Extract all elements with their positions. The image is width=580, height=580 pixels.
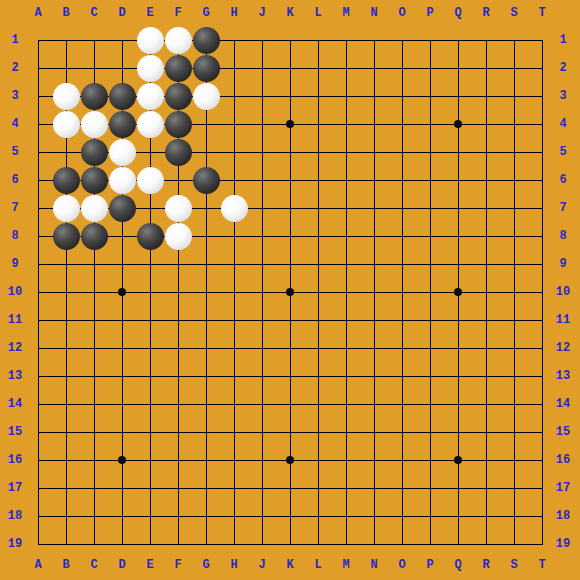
cell-L9[interactable] xyxy=(304,250,332,278)
cell-T8[interactable] xyxy=(528,222,556,250)
cell-T10[interactable] xyxy=(528,278,556,306)
cell-N19[interactable] xyxy=(360,530,388,558)
cell-M11[interactable] xyxy=(332,306,360,334)
cell-C6[interactable] xyxy=(80,166,108,194)
cell-E12[interactable] xyxy=(136,334,164,362)
cell-M14[interactable] xyxy=(332,390,360,418)
cell-P12[interactable] xyxy=(416,334,444,362)
cell-L11[interactable] xyxy=(304,306,332,334)
cell-N18[interactable] xyxy=(360,502,388,530)
cell-C18[interactable] xyxy=(80,502,108,530)
cell-L14[interactable] xyxy=(304,390,332,418)
cell-B15[interactable] xyxy=(52,418,80,446)
cell-B2[interactable] xyxy=(52,54,80,82)
cell-O1[interactable] xyxy=(388,26,416,54)
cell-H18[interactable] xyxy=(220,502,248,530)
cell-E17[interactable] xyxy=(136,474,164,502)
cell-E10[interactable] xyxy=(136,278,164,306)
cell-Q4[interactable] xyxy=(444,110,472,138)
cell-A5[interactable] xyxy=(24,138,52,166)
cell-G2[interactable] xyxy=(192,54,220,82)
cell-H15[interactable] xyxy=(220,418,248,446)
cell-N1[interactable] xyxy=(360,26,388,54)
cell-S16[interactable] xyxy=(500,446,528,474)
cell-J15[interactable] xyxy=(248,418,276,446)
cell-L19[interactable] xyxy=(304,530,332,558)
cell-L6[interactable] xyxy=(304,166,332,194)
cell-P1[interactable] xyxy=(416,26,444,54)
cell-E5[interactable] xyxy=(136,138,164,166)
cell-R5[interactable] xyxy=(472,138,500,166)
cell-B12[interactable] xyxy=(52,334,80,362)
cell-Q2[interactable] xyxy=(444,54,472,82)
cell-K8[interactable] xyxy=(276,222,304,250)
cell-A15[interactable] xyxy=(24,418,52,446)
cell-L2[interactable] xyxy=(304,54,332,82)
cell-E3[interactable] xyxy=(136,82,164,110)
cell-M12[interactable] xyxy=(332,334,360,362)
cell-N9[interactable] xyxy=(360,250,388,278)
cell-C19[interactable] xyxy=(80,530,108,558)
cell-S18[interactable] xyxy=(500,502,528,530)
cell-B1[interactable] xyxy=(52,26,80,54)
cell-P7[interactable] xyxy=(416,194,444,222)
cell-K15[interactable] xyxy=(276,418,304,446)
cell-J16[interactable] xyxy=(248,446,276,474)
cell-H5[interactable] xyxy=(220,138,248,166)
cell-B8[interactable] xyxy=(52,222,80,250)
cell-O6[interactable] xyxy=(388,166,416,194)
cell-P3[interactable] xyxy=(416,82,444,110)
cell-K2[interactable] xyxy=(276,54,304,82)
cell-S5[interactable] xyxy=(500,138,528,166)
cell-N5[interactable] xyxy=(360,138,388,166)
cell-G19[interactable] xyxy=(192,530,220,558)
cell-J2[interactable] xyxy=(248,54,276,82)
cell-A19[interactable] xyxy=(24,530,52,558)
cell-M3[interactable] xyxy=(332,82,360,110)
cell-D6[interactable] xyxy=(108,166,136,194)
cell-P16[interactable] xyxy=(416,446,444,474)
cell-R13[interactable] xyxy=(472,362,500,390)
cell-N10[interactable] xyxy=(360,278,388,306)
cell-N13[interactable] xyxy=(360,362,388,390)
cell-L8[interactable] xyxy=(304,222,332,250)
cell-J6[interactable] xyxy=(248,166,276,194)
cell-Q15[interactable] xyxy=(444,418,472,446)
cell-B16[interactable] xyxy=(52,446,80,474)
cell-C9[interactable] xyxy=(80,250,108,278)
cell-T15[interactable] xyxy=(528,418,556,446)
cell-H11[interactable] xyxy=(220,306,248,334)
cell-L10[interactable] xyxy=(304,278,332,306)
cell-C3[interactable] xyxy=(80,82,108,110)
cell-H4[interactable] xyxy=(220,110,248,138)
cell-F18[interactable] xyxy=(164,502,192,530)
cell-Q16[interactable] xyxy=(444,446,472,474)
cell-A4[interactable] xyxy=(24,110,52,138)
cell-T11[interactable] xyxy=(528,306,556,334)
cell-C5[interactable] xyxy=(80,138,108,166)
cell-L18[interactable] xyxy=(304,502,332,530)
cell-S9[interactable] xyxy=(500,250,528,278)
cell-S6[interactable] xyxy=(500,166,528,194)
cell-Q7[interactable] xyxy=(444,194,472,222)
cell-A11[interactable] xyxy=(24,306,52,334)
cell-M8[interactable] xyxy=(332,222,360,250)
cell-H9[interactable] xyxy=(220,250,248,278)
cell-R8[interactable] xyxy=(472,222,500,250)
cell-G7[interactable] xyxy=(192,194,220,222)
cell-N4[interactable] xyxy=(360,110,388,138)
cell-G6[interactable] xyxy=(192,166,220,194)
cell-R1[interactable] xyxy=(472,26,500,54)
cell-O2[interactable] xyxy=(388,54,416,82)
cell-P9[interactable] xyxy=(416,250,444,278)
cell-O17[interactable] xyxy=(388,474,416,502)
cell-O13[interactable] xyxy=(388,362,416,390)
cell-H12[interactable] xyxy=(220,334,248,362)
cell-R7[interactable] xyxy=(472,194,500,222)
cell-D9[interactable] xyxy=(108,250,136,278)
cell-F6[interactable] xyxy=(164,166,192,194)
cell-O15[interactable] xyxy=(388,418,416,446)
cell-T2[interactable] xyxy=(528,54,556,82)
cell-O14[interactable] xyxy=(388,390,416,418)
cell-D18[interactable] xyxy=(108,502,136,530)
cell-S2[interactable] xyxy=(500,54,528,82)
cell-G16[interactable] xyxy=(192,446,220,474)
cell-D13[interactable] xyxy=(108,362,136,390)
cell-D14[interactable] xyxy=(108,390,136,418)
cell-B13[interactable] xyxy=(52,362,80,390)
cell-H13[interactable] xyxy=(220,362,248,390)
cell-L16[interactable] xyxy=(304,446,332,474)
cell-H17[interactable] xyxy=(220,474,248,502)
cell-A6[interactable] xyxy=(24,166,52,194)
cell-J8[interactable] xyxy=(248,222,276,250)
cell-G5[interactable] xyxy=(192,138,220,166)
cell-K19[interactable] xyxy=(276,530,304,558)
cell-A14[interactable] xyxy=(24,390,52,418)
cell-R11[interactable] xyxy=(472,306,500,334)
cell-G9[interactable] xyxy=(192,250,220,278)
cell-J5[interactable] xyxy=(248,138,276,166)
cell-O7[interactable] xyxy=(388,194,416,222)
cell-K16[interactable] xyxy=(276,446,304,474)
cell-M13[interactable] xyxy=(332,362,360,390)
cell-M4[interactable] xyxy=(332,110,360,138)
cell-F1[interactable] xyxy=(164,26,192,54)
cell-F11[interactable] xyxy=(164,306,192,334)
cell-O16[interactable] xyxy=(388,446,416,474)
cell-B10[interactable] xyxy=(52,278,80,306)
cell-G10[interactable] xyxy=(192,278,220,306)
cell-S8[interactable] xyxy=(500,222,528,250)
cell-C15[interactable] xyxy=(80,418,108,446)
cell-T12[interactable] xyxy=(528,334,556,362)
cell-A2[interactable] xyxy=(24,54,52,82)
cell-D7[interactable] xyxy=(108,194,136,222)
cell-B18[interactable] xyxy=(52,502,80,530)
cell-C7[interactable] xyxy=(80,194,108,222)
cell-F16[interactable] xyxy=(164,446,192,474)
cell-R10[interactable] xyxy=(472,278,500,306)
cell-H14[interactable] xyxy=(220,390,248,418)
cell-L1[interactable] xyxy=(304,26,332,54)
cell-O3[interactable] xyxy=(388,82,416,110)
cell-J3[interactable] xyxy=(248,82,276,110)
cell-G14[interactable] xyxy=(192,390,220,418)
cell-D16[interactable] xyxy=(108,446,136,474)
cell-G8[interactable] xyxy=(192,222,220,250)
cell-O19[interactable] xyxy=(388,530,416,558)
cell-O11[interactable] xyxy=(388,306,416,334)
cell-N16[interactable] xyxy=(360,446,388,474)
cell-E16[interactable] xyxy=(136,446,164,474)
cell-H19[interactable] xyxy=(220,530,248,558)
cell-R9[interactable] xyxy=(472,250,500,278)
cell-N2[interactable] xyxy=(360,54,388,82)
cell-K6[interactable] xyxy=(276,166,304,194)
cell-K13[interactable] xyxy=(276,362,304,390)
cell-Q17[interactable] xyxy=(444,474,472,502)
cell-Q9[interactable] xyxy=(444,250,472,278)
cell-G3[interactable] xyxy=(192,82,220,110)
cell-F14[interactable] xyxy=(164,390,192,418)
cell-M17[interactable] xyxy=(332,474,360,502)
cell-C1[interactable] xyxy=(80,26,108,54)
cell-D1[interactable] xyxy=(108,26,136,54)
cell-E18[interactable] xyxy=(136,502,164,530)
cell-G1[interactable] xyxy=(192,26,220,54)
cell-O18[interactable] xyxy=(388,502,416,530)
cell-N11[interactable] xyxy=(360,306,388,334)
cell-R6[interactable] xyxy=(472,166,500,194)
cell-N6[interactable] xyxy=(360,166,388,194)
cell-O5[interactable] xyxy=(388,138,416,166)
cell-B11[interactable] xyxy=(52,306,80,334)
cell-P5[interactable] xyxy=(416,138,444,166)
cell-M10[interactable] xyxy=(332,278,360,306)
cell-N14[interactable] xyxy=(360,390,388,418)
cell-C14[interactable] xyxy=(80,390,108,418)
cell-R18[interactable] xyxy=(472,502,500,530)
cell-R4[interactable] xyxy=(472,110,500,138)
cell-R19[interactable] xyxy=(472,530,500,558)
cell-F9[interactable] xyxy=(164,250,192,278)
cell-Q5[interactable] xyxy=(444,138,472,166)
cell-A16[interactable] xyxy=(24,446,52,474)
cell-T1[interactable] xyxy=(528,26,556,54)
cell-N7[interactable] xyxy=(360,194,388,222)
cell-B19[interactable] xyxy=(52,530,80,558)
cell-B5[interactable] xyxy=(52,138,80,166)
cell-S7[interactable] xyxy=(500,194,528,222)
cell-G4[interactable] xyxy=(192,110,220,138)
cell-M1[interactable] xyxy=(332,26,360,54)
cell-D12[interactable] xyxy=(108,334,136,362)
cell-O4[interactable] xyxy=(388,110,416,138)
cell-G18[interactable] xyxy=(192,502,220,530)
cell-C13[interactable] xyxy=(80,362,108,390)
cell-E13[interactable] xyxy=(136,362,164,390)
cell-T4[interactable] xyxy=(528,110,556,138)
cell-D5[interactable] xyxy=(108,138,136,166)
cell-M7[interactable] xyxy=(332,194,360,222)
cell-F13[interactable] xyxy=(164,362,192,390)
cell-P2[interactable] xyxy=(416,54,444,82)
cell-S15[interactable] xyxy=(500,418,528,446)
cell-O12[interactable] xyxy=(388,334,416,362)
cell-Q18[interactable] xyxy=(444,502,472,530)
cell-S11[interactable] xyxy=(500,306,528,334)
cell-R15[interactable] xyxy=(472,418,500,446)
cell-B14[interactable] xyxy=(52,390,80,418)
cell-K10[interactable] xyxy=(276,278,304,306)
cell-Q11[interactable] xyxy=(444,306,472,334)
cell-P17[interactable] xyxy=(416,474,444,502)
cell-E9[interactable] xyxy=(136,250,164,278)
cell-R16[interactable] xyxy=(472,446,500,474)
cell-K3[interactable] xyxy=(276,82,304,110)
cell-A13[interactable] xyxy=(24,362,52,390)
cell-J14[interactable] xyxy=(248,390,276,418)
cell-L5[interactable] xyxy=(304,138,332,166)
cell-F17[interactable] xyxy=(164,474,192,502)
cell-R2[interactable] xyxy=(472,54,500,82)
cell-F7[interactable] xyxy=(164,194,192,222)
cell-H6[interactable] xyxy=(220,166,248,194)
cell-F15[interactable] xyxy=(164,418,192,446)
cell-G11[interactable] xyxy=(192,306,220,334)
cell-D17[interactable] xyxy=(108,474,136,502)
cell-A3[interactable] xyxy=(24,82,52,110)
cell-P6[interactable] xyxy=(416,166,444,194)
cell-L12[interactable] xyxy=(304,334,332,362)
cell-K5[interactable] xyxy=(276,138,304,166)
cell-J18[interactable] xyxy=(248,502,276,530)
cell-G12[interactable] xyxy=(192,334,220,362)
cell-E11[interactable] xyxy=(136,306,164,334)
cell-H8[interactable] xyxy=(220,222,248,250)
cell-A7[interactable] xyxy=(24,194,52,222)
cell-J7[interactable] xyxy=(248,194,276,222)
cell-P10[interactable] xyxy=(416,278,444,306)
cell-N3[interactable] xyxy=(360,82,388,110)
cell-K11[interactable] xyxy=(276,306,304,334)
cell-T5[interactable] xyxy=(528,138,556,166)
cell-D4[interactable] xyxy=(108,110,136,138)
cell-M19[interactable] xyxy=(332,530,360,558)
cell-M2[interactable] xyxy=(332,54,360,82)
cell-E6[interactable] xyxy=(136,166,164,194)
cell-K1[interactable] xyxy=(276,26,304,54)
cell-J1[interactable] xyxy=(248,26,276,54)
cell-C8[interactable] xyxy=(80,222,108,250)
cell-Q1[interactable] xyxy=(444,26,472,54)
cell-N12[interactable] xyxy=(360,334,388,362)
cell-Q19[interactable] xyxy=(444,530,472,558)
cell-G15[interactable] xyxy=(192,418,220,446)
cell-A8[interactable] xyxy=(24,222,52,250)
cell-B17[interactable] xyxy=(52,474,80,502)
cell-P14[interactable] xyxy=(416,390,444,418)
cell-M5[interactable] xyxy=(332,138,360,166)
cell-F8[interactable] xyxy=(164,222,192,250)
cell-Q8[interactable] xyxy=(444,222,472,250)
cell-H1[interactable] xyxy=(220,26,248,54)
cell-J4[interactable] xyxy=(248,110,276,138)
cell-T3[interactable] xyxy=(528,82,556,110)
cell-N17[interactable] xyxy=(360,474,388,502)
cell-E15[interactable] xyxy=(136,418,164,446)
cell-C4[interactable] xyxy=(80,110,108,138)
cell-J13[interactable] xyxy=(248,362,276,390)
cell-K12[interactable] xyxy=(276,334,304,362)
cell-B6[interactable] xyxy=(52,166,80,194)
cell-S19[interactable] xyxy=(500,530,528,558)
cell-J12[interactable] xyxy=(248,334,276,362)
cell-S17[interactable] xyxy=(500,474,528,502)
cell-A10[interactable] xyxy=(24,278,52,306)
cell-T13[interactable] xyxy=(528,362,556,390)
cell-S3[interactable] xyxy=(500,82,528,110)
cell-R3[interactable] xyxy=(472,82,500,110)
cell-G17[interactable] xyxy=(192,474,220,502)
cell-S12[interactable] xyxy=(500,334,528,362)
cell-L17[interactable] xyxy=(304,474,332,502)
cell-L13[interactable] xyxy=(304,362,332,390)
cell-K18[interactable] xyxy=(276,502,304,530)
cell-S14[interactable] xyxy=(500,390,528,418)
cell-F4[interactable] xyxy=(164,110,192,138)
cell-D3[interactable] xyxy=(108,82,136,110)
cell-Q12[interactable] xyxy=(444,334,472,362)
cell-Q13[interactable] xyxy=(444,362,472,390)
cell-J10[interactable] xyxy=(248,278,276,306)
cell-S1[interactable] xyxy=(500,26,528,54)
cell-F2[interactable] xyxy=(164,54,192,82)
cell-E2[interactable] xyxy=(136,54,164,82)
cell-D19[interactable] xyxy=(108,530,136,558)
cell-T7[interactable] xyxy=(528,194,556,222)
cell-H7[interactable] xyxy=(220,194,248,222)
cell-F3[interactable] xyxy=(164,82,192,110)
cell-A17[interactable] xyxy=(24,474,52,502)
cell-J9[interactable] xyxy=(248,250,276,278)
cell-K7[interactable] xyxy=(276,194,304,222)
cell-E1[interactable] xyxy=(136,26,164,54)
cell-C16[interactable] xyxy=(80,446,108,474)
cell-M18[interactable] xyxy=(332,502,360,530)
cell-L15[interactable] xyxy=(304,418,332,446)
cell-T14[interactable] xyxy=(528,390,556,418)
cell-H3[interactable] xyxy=(220,82,248,110)
cell-N15[interactable] xyxy=(360,418,388,446)
cell-D15[interactable] xyxy=(108,418,136,446)
cell-M15[interactable] xyxy=(332,418,360,446)
cell-Q10[interactable] xyxy=(444,278,472,306)
cell-Q3[interactable] xyxy=(444,82,472,110)
cell-K14[interactable] xyxy=(276,390,304,418)
cell-F10[interactable] xyxy=(164,278,192,306)
cell-T6[interactable] xyxy=(528,166,556,194)
cell-T18[interactable] xyxy=(528,502,556,530)
cell-R14[interactable] xyxy=(472,390,500,418)
cell-D11[interactable] xyxy=(108,306,136,334)
cell-B3[interactable] xyxy=(52,82,80,110)
